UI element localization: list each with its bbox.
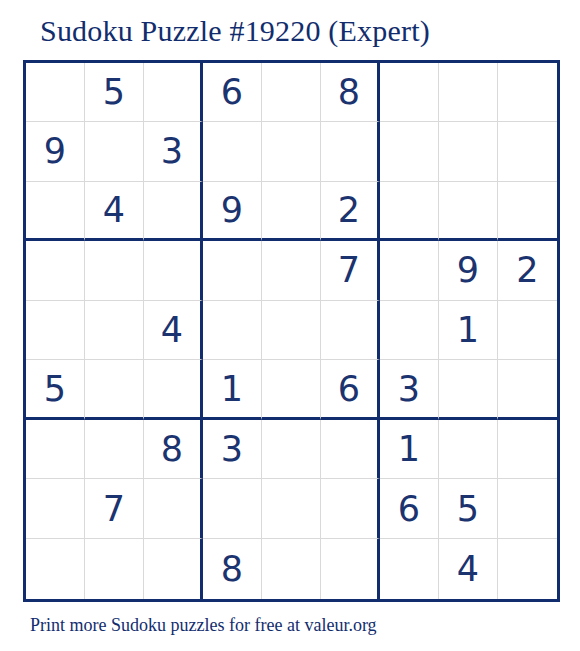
cell-r7c1 [26,420,85,480]
cell-r6c9 [498,360,557,420]
cell-r4c2 [85,241,144,301]
cell-r3c2: 4 [85,182,144,242]
footer-note: Print more Sudoku puzzles for free at va… [30,615,580,636]
cell-r9c2 [85,539,144,599]
cell-r8c3 [144,479,203,539]
cell-r4c6: 7 [321,241,380,301]
cell-r3c4: 9 [203,182,262,242]
cell-r9c7 [380,539,439,599]
cell-r3c6: 2 [321,182,380,242]
cell-r2c4 [203,122,262,182]
cell-r3c7 [380,182,439,242]
cell-r8c2: 7 [85,479,144,539]
cell-r8c4 [203,479,262,539]
cell-r2c5 [262,122,321,182]
cell-r5c9 [498,301,557,361]
cell-r7c6 [321,420,380,480]
cell-r6c5 [262,360,321,420]
cell-r1c8 [439,63,498,123]
cell-r1c2: 5 [85,63,144,123]
cell-r4c9: 2 [498,241,557,301]
cell-r7c3: 8 [144,420,203,480]
cell-r9c8: 4 [439,539,498,599]
cell-r9c1 [26,539,85,599]
cell-r2c8 [439,122,498,182]
cell-r6c7: 3 [380,360,439,420]
cell-r7c8 [439,420,498,480]
cell-r7c9 [498,420,557,480]
cell-r4c5 [262,241,321,301]
page-title: Sudoku Puzzle #19220 (Expert) [40,14,580,49]
cell-r7c7: 1 [380,420,439,480]
cell-r1c3 [144,63,203,123]
cell-r2c7 [380,122,439,182]
cell-r5c4 [203,301,262,361]
cell-r5c1 [26,301,85,361]
cell-r3c9 [498,182,557,242]
cell-r2c1: 9 [26,122,85,182]
cell-r9c9 [498,539,557,599]
cell-r6c1: 5 [26,360,85,420]
cell-r1c1 [26,63,85,123]
cell-r8c7: 6 [380,479,439,539]
cell-r5c6 [321,301,380,361]
cell-r2c6 [321,122,380,182]
cell-r9c6 [321,539,380,599]
cell-r1c4: 6 [203,63,262,123]
cell-r5c7 [380,301,439,361]
cell-r6c2 [85,360,144,420]
cell-r9c3 [144,539,203,599]
cell-r2c9 [498,122,557,182]
cell-r7c5 [262,420,321,480]
cell-r7c2 [85,420,144,480]
cell-r8c8: 5 [439,479,498,539]
cell-r4c3 [144,241,203,301]
cell-r2c2 [85,122,144,182]
cell-r8c1 [26,479,85,539]
cell-r1c6: 8 [321,63,380,123]
cell-r5c5 [262,301,321,361]
cell-r6c6: 6 [321,360,380,420]
cell-r4c4 [203,241,262,301]
cell-r1c9 [498,63,557,123]
cell-r6c8 [439,360,498,420]
cell-r9c4: 8 [203,539,262,599]
cell-r4c1 [26,241,85,301]
cell-r6c3 [144,360,203,420]
cell-r9c5 [262,539,321,599]
cell-r4c7 [380,241,439,301]
cell-r3c3 [144,182,203,242]
cell-r5c3: 4 [144,301,203,361]
cell-r5c2 [85,301,144,361]
cell-r8c6 [321,479,380,539]
cell-r2c3: 3 [144,122,203,182]
cell-r3c5 [262,182,321,242]
cell-r5c8: 1 [439,301,498,361]
cell-r3c1 [26,182,85,242]
cell-r8c5 [262,479,321,539]
cell-r1c7 [380,63,439,123]
cell-r6c4: 1 [203,360,262,420]
cell-r8c9 [498,479,557,539]
cell-r4c8: 9 [439,241,498,301]
cell-r3c8 [439,182,498,242]
sudoku-board: 5689349279241516383176584 [23,60,560,602]
cell-r7c4: 3 [203,420,262,480]
cell-r1c5 [262,63,321,123]
